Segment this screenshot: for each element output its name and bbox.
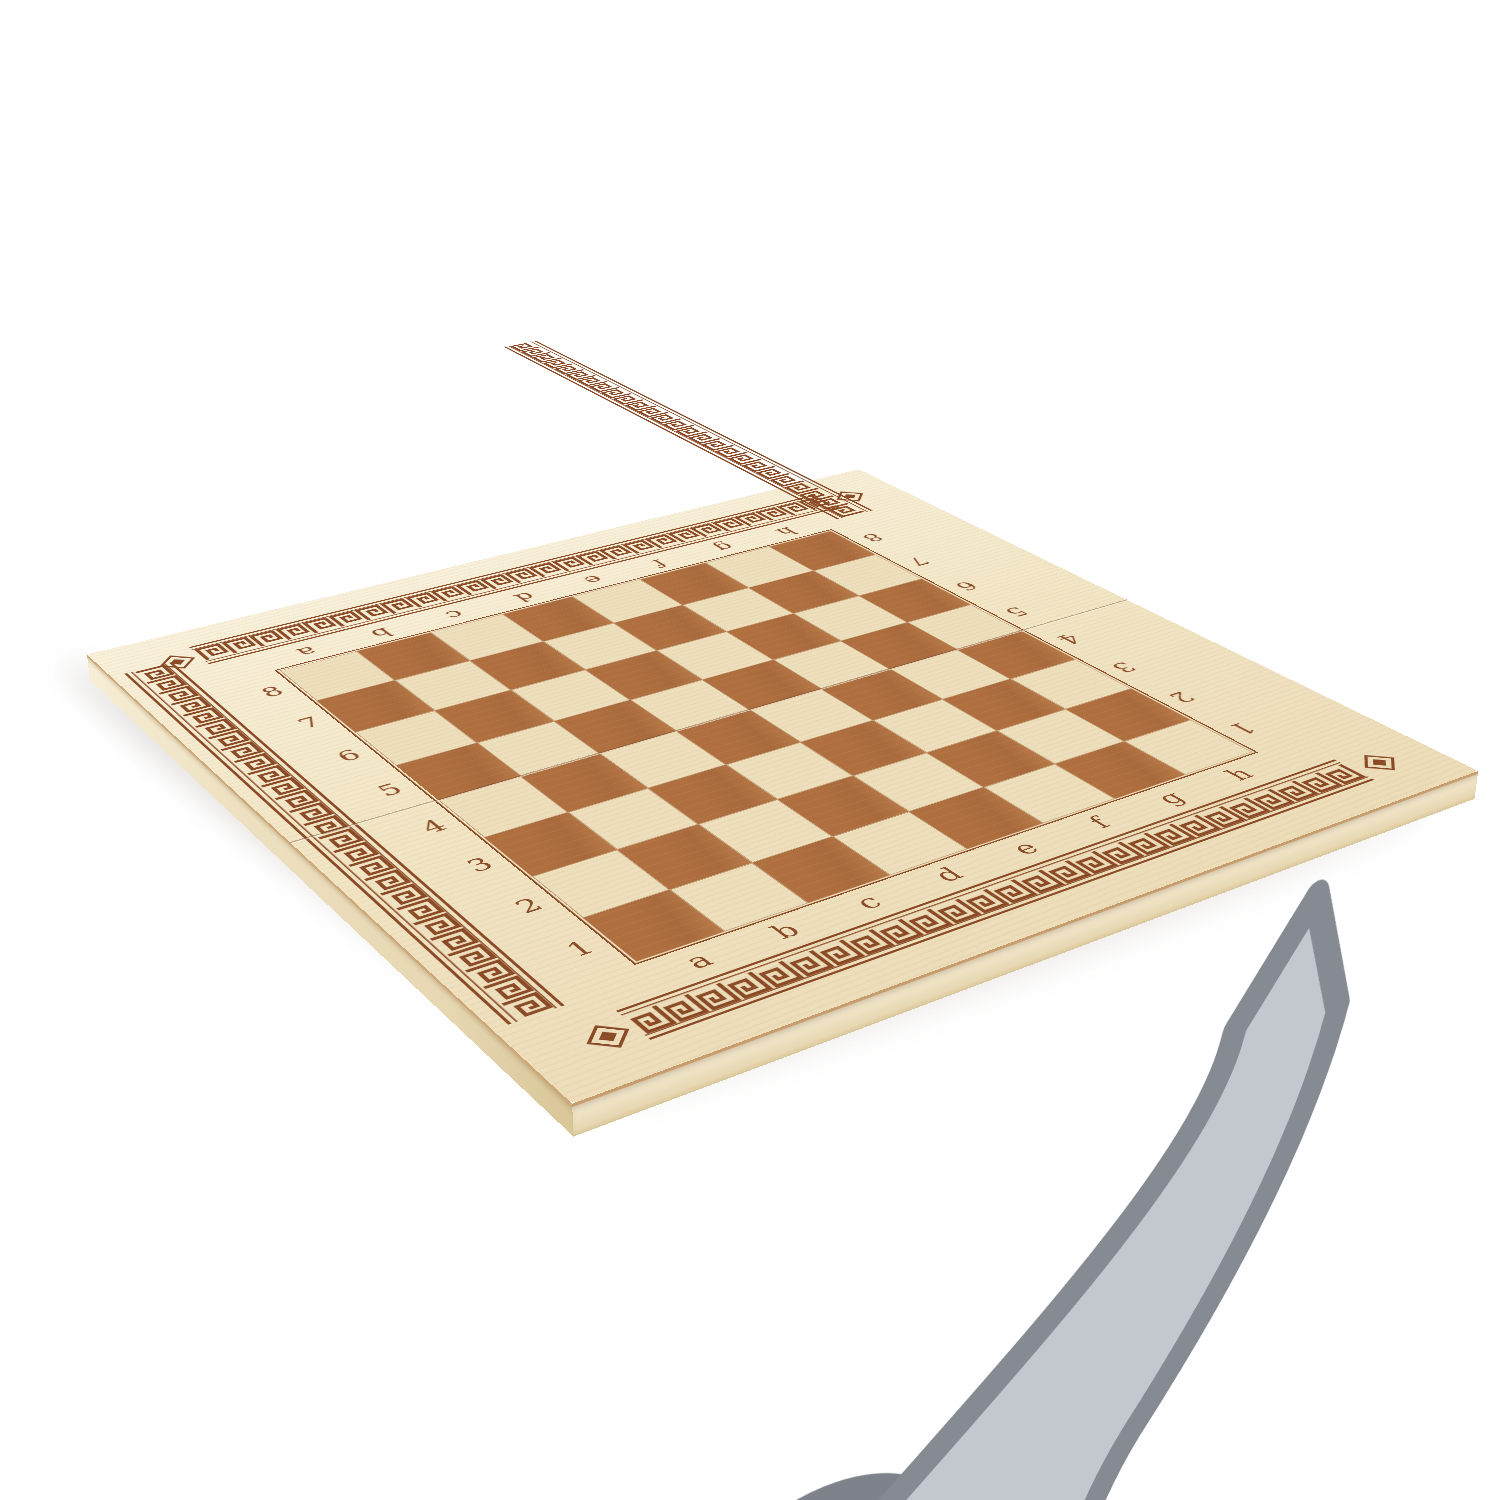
rank-label-4-near: 4 xyxy=(416,817,451,836)
file-label-g-near: g xyxy=(1151,789,1189,807)
rank-label-3-near: 3 xyxy=(462,855,498,875)
rank-label-3-far: 3 xyxy=(1106,660,1140,675)
file-label-e-far: e xyxy=(579,573,607,585)
meander-border xyxy=(502,340,874,519)
black-piece-b8[interactable] xyxy=(375,620,448,650)
perspective-scene: aabbccddeeffgghh1122334455667788 xyxy=(0,0,1500,1500)
corner-diamond-icon xyxy=(159,655,195,668)
file-label-g-far: g xyxy=(709,541,738,553)
rank-label-8-far: 8 xyxy=(858,532,888,544)
corner-diamond-icon xyxy=(837,492,864,502)
rank-label-8-near: 8 xyxy=(257,684,288,699)
rank-label-7-far: 7 xyxy=(903,555,933,567)
file-label-h-near: h xyxy=(1220,765,1258,783)
rank-label-7-near: 7 xyxy=(294,715,326,731)
rank-label-2-near: 2 xyxy=(510,895,548,916)
file-label-e-near: e xyxy=(1006,839,1044,858)
black-piece-h8[interactable] xyxy=(788,519,856,544)
rank-label-6-far: 6 xyxy=(950,579,981,592)
folding-checkers-board: aabbccddeeffgghh1122334455667788 xyxy=(87,469,1478,1103)
file-label-c-near: c xyxy=(850,892,887,912)
rank-label-6-near: 6 xyxy=(333,747,366,764)
corner-diamond-icon xyxy=(1364,755,1395,770)
file-label-a-near: a xyxy=(679,950,718,972)
file-label-a-far: a xyxy=(292,645,321,659)
file-label-d-near: d xyxy=(929,864,968,884)
product-photo-stage: aabbccddeeffgghh1122334455667788 xyxy=(0,0,1500,1500)
black-piece-f8[interactable] xyxy=(659,550,729,577)
file-label-f-near: f xyxy=(1083,814,1115,830)
rank-label-1-near: 1 xyxy=(561,938,600,960)
rank-label-5-far: 5 xyxy=(1000,605,1032,618)
rank-label-5-near: 5 xyxy=(373,781,407,799)
black-piece-d8[interactable] xyxy=(521,584,592,612)
rank-label-1-far: 1 xyxy=(1224,720,1261,736)
file-label-c-far: c xyxy=(441,608,469,621)
file-label-b-near: b xyxy=(765,920,805,942)
rank-label-4-far: 4 xyxy=(1052,632,1085,646)
corner-diamond-icon xyxy=(586,1025,629,1048)
rank-label-2-far: 2 xyxy=(1164,689,1200,704)
